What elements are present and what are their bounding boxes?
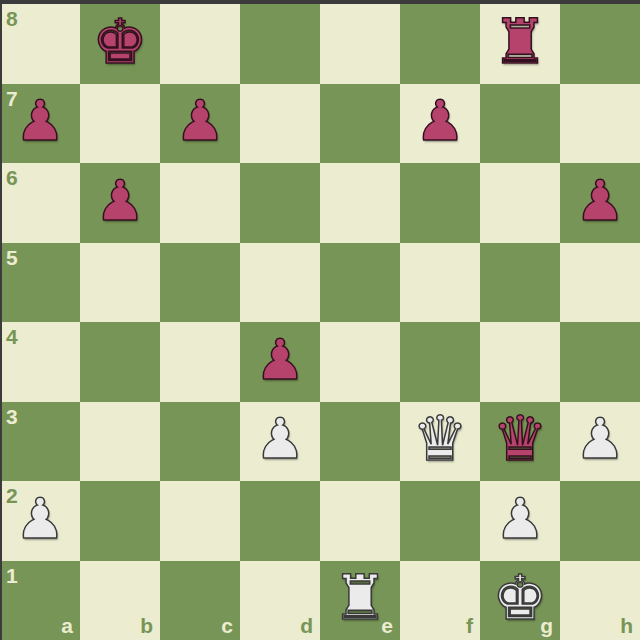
square-c6[interactable]: [160, 163, 240, 243]
square-f3[interactable]: ♛: [400, 402, 480, 482]
piece-white-pawn-h3[interactable]: ♟: [575, 411, 625, 471]
piece-black-pawn-d4[interactable]: ♟: [255, 332, 305, 392]
square-c2[interactable]: [160, 481, 240, 561]
square-f7[interactable]: ♟: [400, 84, 480, 164]
rank-label-3: 3: [6, 406, 18, 427]
square-b2[interactable]: [80, 481, 160, 561]
piece-black-pawn-a7[interactable]: ♟: [15, 93, 65, 153]
square-d1[interactable]: d: [240, 561, 320, 640]
piece-black-rook-g8[interactable]: ♜: [492, 11, 548, 77]
square-h5[interactable]: [560, 243, 640, 323]
square-g6[interactable]: [480, 163, 560, 243]
file-label-c: c: [221, 615, 233, 636]
square-d3[interactable]: ♟: [240, 402, 320, 482]
square-g2[interactable]: ♟: [480, 481, 560, 561]
square-f1[interactable]: f: [400, 561, 480, 640]
square-f2[interactable]: [400, 481, 480, 561]
square-c1[interactable]: c: [160, 561, 240, 640]
square-f8[interactable]: [400, 4, 480, 84]
square-b6[interactable]: ♟: [80, 163, 160, 243]
square-h4[interactable]: [560, 322, 640, 402]
square-b8[interactable]: ♚: [80, 4, 160, 84]
piece-black-pawn-c7[interactable]: ♟: [175, 93, 225, 153]
piece-black-pawn-f7[interactable]: ♟: [415, 93, 465, 153]
rank-label-4: 4: [6, 326, 18, 347]
square-b4[interactable]: [80, 322, 160, 402]
square-e7[interactable]: [320, 84, 400, 164]
square-h2[interactable]: [560, 481, 640, 561]
piece-white-pawn-a2[interactable]: ♟: [15, 491, 65, 551]
rank-label-6: 6: [6, 167, 18, 188]
square-a4[interactable]: 4: [0, 322, 80, 402]
square-f6[interactable]: [400, 163, 480, 243]
rank-label-5: 5: [6, 247, 18, 268]
square-b5[interactable]: [80, 243, 160, 323]
square-b1[interactable]: b: [80, 561, 160, 640]
square-a7[interactable]: 7♟: [0, 84, 80, 164]
square-d8[interactable]: [240, 4, 320, 84]
square-c7[interactable]: ♟: [160, 84, 240, 164]
rank-label-2: 2: [6, 485, 18, 506]
square-a6[interactable]: 6: [0, 163, 80, 243]
square-g5[interactable]: [480, 243, 560, 323]
square-g8[interactable]: ♜: [480, 4, 560, 84]
square-b3[interactable]: [80, 402, 160, 482]
rank-label-1: 1: [6, 565, 18, 586]
rank-label-8: 8: [6, 8, 18, 29]
file-label-g: g: [540, 615, 553, 636]
square-a2[interactable]: 2♟: [0, 481, 80, 561]
square-d7[interactable]: [240, 84, 320, 164]
piece-black-king-b8[interactable]: ♚: [92, 11, 148, 77]
file-label-d: d: [300, 615, 313, 636]
file-label-a: a: [61, 615, 73, 636]
square-a8[interactable]: 8: [0, 4, 80, 84]
file-label-e: e: [381, 615, 393, 636]
square-e5[interactable]: [320, 243, 400, 323]
file-label-f: f: [466, 615, 473, 636]
chess-board: 8♚♜7♟♟♟6♟♟54♟3♟♛♛♟2♟♟1abcde♜fg♚h: [0, 4, 640, 640]
square-c8[interactable]: [160, 4, 240, 84]
square-a3[interactable]: 3: [0, 402, 80, 482]
square-a1[interactable]: 1a: [0, 561, 80, 640]
piece-white-pawn-g2[interactable]: ♟: [495, 491, 545, 551]
square-a5[interactable]: 5: [0, 243, 80, 323]
square-f4[interactable]: [400, 322, 480, 402]
square-h3[interactable]: ♟: [560, 402, 640, 482]
square-d4[interactable]: ♟: [240, 322, 320, 402]
square-g3[interactable]: ♛: [480, 402, 560, 482]
piece-white-pawn-d3[interactable]: ♟: [255, 411, 305, 471]
square-d5[interactable]: [240, 243, 320, 323]
square-h1[interactable]: h: [560, 561, 640, 640]
square-d2[interactable]: [240, 481, 320, 561]
square-b7[interactable]: [80, 84, 160, 164]
square-e4[interactable]: [320, 322, 400, 402]
piece-black-queen-g3[interactable]: ♛: [492, 408, 548, 474]
piece-white-queen-f3[interactable]: ♛: [412, 408, 468, 474]
square-e8[interactable]: [320, 4, 400, 84]
square-c4[interactable]: [160, 322, 240, 402]
rank-label-7: 7: [6, 88, 18, 109]
square-e6[interactable]: [320, 163, 400, 243]
window-top-edge: [0, 0, 640, 4]
square-g7[interactable]: [480, 84, 560, 164]
chess-app-screen: 8♚♜7♟♟♟6♟♟54♟3♟♛♛♟2♟♟1abcde♜fg♚h: [0, 0, 640, 640]
square-e3[interactable]: [320, 402, 400, 482]
square-h6[interactable]: ♟: [560, 163, 640, 243]
square-h8[interactable]: [560, 4, 640, 84]
file-label-h: h: [620, 615, 633, 636]
square-d6[interactable]: [240, 163, 320, 243]
square-f5[interactable]: [400, 243, 480, 323]
piece-black-pawn-b6[interactable]: ♟: [95, 173, 145, 233]
square-h7[interactable]: [560, 84, 640, 164]
square-c5[interactable]: [160, 243, 240, 323]
square-e1[interactable]: e♜: [320, 561, 400, 640]
square-g1[interactable]: g♚: [480, 561, 560, 640]
square-e2[interactable]: [320, 481, 400, 561]
piece-black-pawn-h6[interactable]: ♟: [575, 173, 625, 233]
file-label-b: b: [140, 615, 153, 636]
square-g4[interactable]: [480, 322, 560, 402]
square-c3[interactable]: [160, 402, 240, 482]
window-left-edge: [0, 0, 2, 640]
piece-white-rook-e1[interactable]: ♜: [332, 567, 388, 633]
